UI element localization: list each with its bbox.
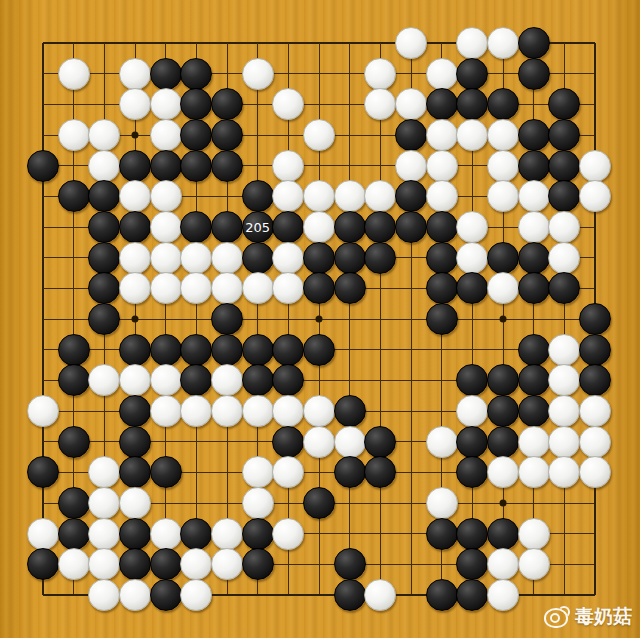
white-stone[interactable] <box>303 119 335 151</box>
black-stone[interactable] <box>272 334 304 366</box>
white-stone[interactable] <box>180 242 212 274</box>
black-stone[interactable] <box>334 548 366 580</box>
white-stone[interactable] <box>119 58 151 90</box>
white-stone[interactable] <box>119 242 151 274</box>
black-stone[interactable] <box>334 272 366 304</box>
white-stone[interactable] <box>88 548 120 580</box>
black-stone[interactable] <box>211 88 243 120</box>
black-stone[interactable] <box>364 426 396 458</box>
white-stone[interactable] <box>518 456 550 488</box>
move-number-label: 205 <box>245 221 270 234</box>
white-stone[interactable] <box>272 242 304 274</box>
white-stone[interactable] <box>518 180 550 212</box>
white-stone[interactable] <box>150 119 182 151</box>
black-stone[interactable] <box>119 334 151 366</box>
grid-line-horizontal <box>43 319 595 320</box>
white-stone[interactable] <box>303 211 335 243</box>
white-stone[interactable] <box>518 426 550 458</box>
go-board[interactable]: 205 毒奶菇 <box>0 0 640 638</box>
grid-line-vertical <box>380 43 381 595</box>
white-stone[interactable] <box>426 119 458 151</box>
white-stone[interactable] <box>456 211 488 243</box>
white-stone[interactable] <box>88 150 120 182</box>
black-stone[interactable] <box>426 303 458 335</box>
black-stone[interactable] <box>88 303 120 335</box>
black-stone[interactable] <box>579 364 611 396</box>
black-stone[interactable] <box>242 548 274 580</box>
black-stone[interactable] <box>242 334 274 366</box>
white-stone[interactable] <box>487 27 519 59</box>
black-stone[interactable] <box>548 150 580 182</box>
white-stone[interactable] <box>426 58 458 90</box>
black-stone[interactable] <box>487 364 519 396</box>
white-stone[interactable] <box>272 456 304 488</box>
white-stone[interactable] <box>211 548 243 580</box>
white-stone[interactable] <box>150 272 182 304</box>
black-stone[interactable] <box>180 150 212 182</box>
black-stone[interactable] <box>58 180 90 212</box>
white-stone[interactable] <box>119 487 151 519</box>
black-stone[interactable] <box>150 334 182 366</box>
white-stone[interactable] <box>119 579 151 611</box>
white-stone[interactable] <box>334 180 366 212</box>
white-stone[interactable] <box>395 27 427 59</box>
white-stone[interactable] <box>27 395 59 427</box>
black-stone[interactable] <box>456 364 488 396</box>
black-stone[interactable] <box>180 88 212 120</box>
black-stone[interactable] <box>487 88 519 120</box>
white-stone[interactable] <box>180 579 212 611</box>
black-stone[interactable] <box>395 211 427 243</box>
black-stone[interactable] <box>456 579 488 611</box>
white-stone[interactable] <box>518 548 550 580</box>
black-stone[interactable] <box>334 579 366 611</box>
white-stone[interactable] <box>303 180 335 212</box>
white-stone[interactable] <box>487 548 519 580</box>
black-stone[interactable] <box>211 334 243 366</box>
black-stone[interactable] <box>395 180 427 212</box>
white-stone[interactable] <box>119 364 151 396</box>
white-stone[interactable] <box>548 395 580 427</box>
white-stone[interactable] <box>119 88 151 120</box>
black-stone[interactable] <box>395 119 427 151</box>
black-stone[interactable] <box>272 426 304 458</box>
white-stone[interactable] <box>272 518 304 550</box>
white-stone[interactable] <box>548 211 580 243</box>
black-stone[interactable] <box>334 456 366 488</box>
black-stone[interactable] <box>180 334 212 366</box>
black-stone[interactable] <box>426 518 458 550</box>
white-stone[interactable] <box>548 364 580 396</box>
black-stone[interactable] <box>272 211 304 243</box>
black-stone[interactable] <box>58 426 90 458</box>
black-stone[interactable] <box>58 487 90 519</box>
black-stone[interactable] <box>456 88 488 120</box>
black-stone[interactable] <box>426 579 458 611</box>
white-stone[interactable] <box>272 150 304 182</box>
white-stone[interactable] <box>180 272 212 304</box>
white-stone[interactable] <box>364 88 396 120</box>
white-stone[interactable] <box>395 150 427 182</box>
black-stone[interactable] <box>426 88 458 120</box>
black-stone[interactable] <box>180 364 212 396</box>
black-stone[interactable] <box>456 456 488 488</box>
black-stone[interactable] <box>180 119 212 151</box>
black-stone[interactable] <box>456 548 488 580</box>
white-stone[interactable] <box>487 119 519 151</box>
white-stone[interactable] <box>27 518 59 550</box>
white-stone[interactable] <box>579 150 611 182</box>
white-stone[interactable] <box>150 88 182 120</box>
white-stone[interactable] <box>58 119 90 151</box>
black-stone[interactable] <box>579 334 611 366</box>
watermark: 毒奶菇 <box>544 604 632 630</box>
black-stone[interactable] <box>242 242 274 274</box>
white-stone[interactable] <box>150 242 182 274</box>
black-stone[interactable] <box>487 426 519 458</box>
white-stone[interactable] <box>364 579 396 611</box>
black-stone[interactable] <box>518 272 550 304</box>
black-stone[interactable] <box>334 395 366 427</box>
grid-line-vertical <box>42 43 44 595</box>
black-stone[interactable] <box>27 548 59 580</box>
black-stone[interactable] <box>518 58 550 90</box>
black-stone[interactable] <box>180 211 212 243</box>
star-point <box>132 316 139 323</box>
black-stone[interactable] <box>579 303 611 335</box>
white-stone[interactable] <box>272 272 304 304</box>
black-stone[interactable] <box>456 58 488 90</box>
black-stone[interactable] <box>548 272 580 304</box>
black-stone[interactable] <box>518 119 550 151</box>
white-stone[interactable] <box>242 395 274 427</box>
white-stone[interactable] <box>150 364 182 396</box>
black-stone[interactable] <box>487 518 519 550</box>
white-stone[interactable] <box>58 548 90 580</box>
white-stone[interactable] <box>150 518 182 550</box>
white-stone[interactable] <box>242 272 274 304</box>
white-stone[interactable] <box>426 150 458 182</box>
black-stone[interactable] <box>303 272 335 304</box>
black-stone[interactable] <box>150 548 182 580</box>
black-stone[interactable] <box>303 487 335 519</box>
black-stone[interactable] <box>518 364 550 396</box>
white-stone[interactable] <box>579 395 611 427</box>
star-point <box>500 500 507 507</box>
white-stone[interactable] <box>272 88 304 120</box>
white-stone[interactable] <box>487 272 519 304</box>
black-stone[interactable] <box>242 518 274 550</box>
white-stone[interactable] <box>88 487 120 519</box>
black-stone[interactable] <box>119 426 151 458</box>
white-stone[interactable] <box>518 518 550 550</box>
black-stone[interactable] <box>119 395 151 427</box>
black-stone[interactable] <box>487 242 519 274</box>
white-stone[interactable] <box>211 364 243 396</box>
star-point <box>316 316 323 323</box>
white-stone[interactable] <box>579 180 611 212</box>
white-stone[interactable] <box>88 364 120 396</box>
white-stone[interactable] <box>456 395 488 427</box>
black-stone[interactable] <box>456 426 488 458</box>
white-stone[interactable] <box>456 242 488 274</box>
white-stone[interactable] <box>426 426 458 458</box>
white-stone[interactable] <box>487 579 519 611</box>
black-stone[interactable] <box>334 242 366 274</box>
black-stone[interactable] <box>58 364 90 396</box>
black-stone[interactable] <box>272 364 304 396</box>
black-stone[interactable] <box>211 211 243 243</box>
white-stone[interactable] <box>88 518 120 550</box>
white-stone[interactable] <box>150 180 182 212</box>
white-stone[interactable] <box>548 456 580 488</box>
black-stone[interactable] <box>364 456 396 488</box>
black-stone[interactable] <box>211 303 243 335</box>
white-stone[interactable] <box>395 88 427 120</box>
black-stone[interactable] <box>456 272 488 304</box>
white-stone[interactable] <box>150 211 182 243</box>
white-stone[interactable] <box>242 487 274 519</box>
black-stone[interactable] <box>518 242 550 274</box>
black-stone[interactable] <box>548 180 580 212</box>
white-stone[interactable] <box>456 119 488 151</box>
black-stone[interactable] <box>150 58 182 90</box>
black-stone[interactable] <box>303 334 335 366</box>
black-stone[interactable] <box>548 119 580 151</box>
black-stone[interactable] <box>364 211 396 243</box>
black-stone[interactable] <box>242 180 274 212</box>
black-stone[interactable] <box>518 27 550 59</box>
white-stone[interactable] <box>211 272 243 304</box>
white-stone[interactable] <box>548 426 580 458</box>
white-stone[interactable] <box>548 334 580 366</box>
black-stone[interactable] <box>119 456 151 488</box>
grid-line-vertical <box>349 43 350 595</box>
black-stone[interactable] <box>456 518 488 550</box>
white-stone[interactable] <box>211 242 243 274</box>
white-stone[interactable] <box>456 27 488 59</box>
white-stone[interactable] <box>211 518 243 550</box>
white-stone[interactable] <box>58 58 90 90</box>
star-point <box>500 316 507 323</box>
white-stone[interactable] <box>426 487 458 519</box>
white-stone[interactable] <box>211 395 243 427</box>
black-stone[interactable] <box>548 88 580 120</box>
black-stone[interactable] <box>58 518 90 550</box>
black-stone[interactable] <box>426 272 458 304</box>
white-stone[interactable] <box>303 395 335 427</box>
white-stone[interactable] <box>426 180 458 212</box>
black-stone[interactable] <box>119 211 151 243</box>
black-stone[interactable] <box>58 334 90 366</box>
white-stone[interactable] <box>334 426 366 458</box>
star-point <box>132 132 139 139</box>
black-stone[interactable] <box>88 180 120 212</box>
white-stone[interactable] <box>88 579 120 611</box>
black-stone[interactable] <box>88 242 120 274</box>
white-stone[interactable] <box>119 272 151 304</box>
white-stone[interactable] <box>242 58 274 90</box>
white-stone[interactable] <box>88 119 120 151</box>
black-stone[interactable] <box>518 395 550 427</box>
white-stone[interactable] <box>180 395 212 427</box>
black-stone[interactable] <box>518 334 550 366</box>
black-stone[interactable] <box>119 150 151 182</box>
black-stone[interactable] <box>150 579 182 611</box>
white-stone[interactable] <box>150 395 182 427</box>
grid-line-vertical <box>288 43 289 595</box>
white-stone[interactable] <box>242 456 274 488</box>
white-stone[interactable] <box>487 456 519 488</box>
white-stone[interactable] <box>548 242 580 274</box>
black-stone[interactable] <box>27 456 59 488</box>
black-stone[interactable] <box>150 456 182 488</box>
black-stone[interactable] <box>242 364 274 396</box>
black-stone[interactable] <box>27 150 59 182</box>
black-stone[interactable] <box>426 242 458 274</box>
black-stone[interactable] <box>88 211 120 243</box>
white-stone[interactable] <box>579 426 611 458</box>
black-stone[interactable] <box>119 548 151 580</box>
weibo-eye-icon <box>544 606 570 628</box>
black-stone[interactable] <box>334 211 366 243</box>
watermark-text: 毒奶菇 <box>575 604 632 630</box>
white-stone[interactable] <box>303 426 335 458</box>
white-stone[interactable] <box>88 456 120 488</box>
black-stone[interactable] <box>364 242 396 274</box>
black-stone[interactable] <box>180 58 212 90</box>
black-stone[interactable] <box>518 150 550 182</box>
white-stone[interactable] <box>180 548 212 580</box>
white-stone[interactable] <box>119 180 151 212</box>
black-stone[interactable] <box>211 119 243 151</box>
black-stone[interactable] <box>303 242 335 274</box>
black-stone[interactable] <box>88 272 120 304</box>
white-stone[interactable] <box>487 150 519 182</box>
black-stone[interactable] <box>487 395 519 427</box>
white-stone[interactable] <box>272 395 304 427</box>
black-stone[interactable] <box>119 518 151 550</box>
black-stone[interactable] <box>150 150 182 182</box>
white-stone[interactable] <box>272 180 304 212</box>
white-stone[interactable] <box>364 180 396 212</box>
black-stone[interactable] <box>211 150 243 182</box>
white-stone[interactable] <box>518 211 550 243</box>
white-stone[interactable] <box>579 456 611 488</box>
white-stone[interactable] <box>487 180 519 212</box>
white-stone[interactable] <box>364 58 396 90</box>
black-stone[interactable] <box>426 211 458 243</box>
black-stone[interactable] <box>180 518 212 550</box>
